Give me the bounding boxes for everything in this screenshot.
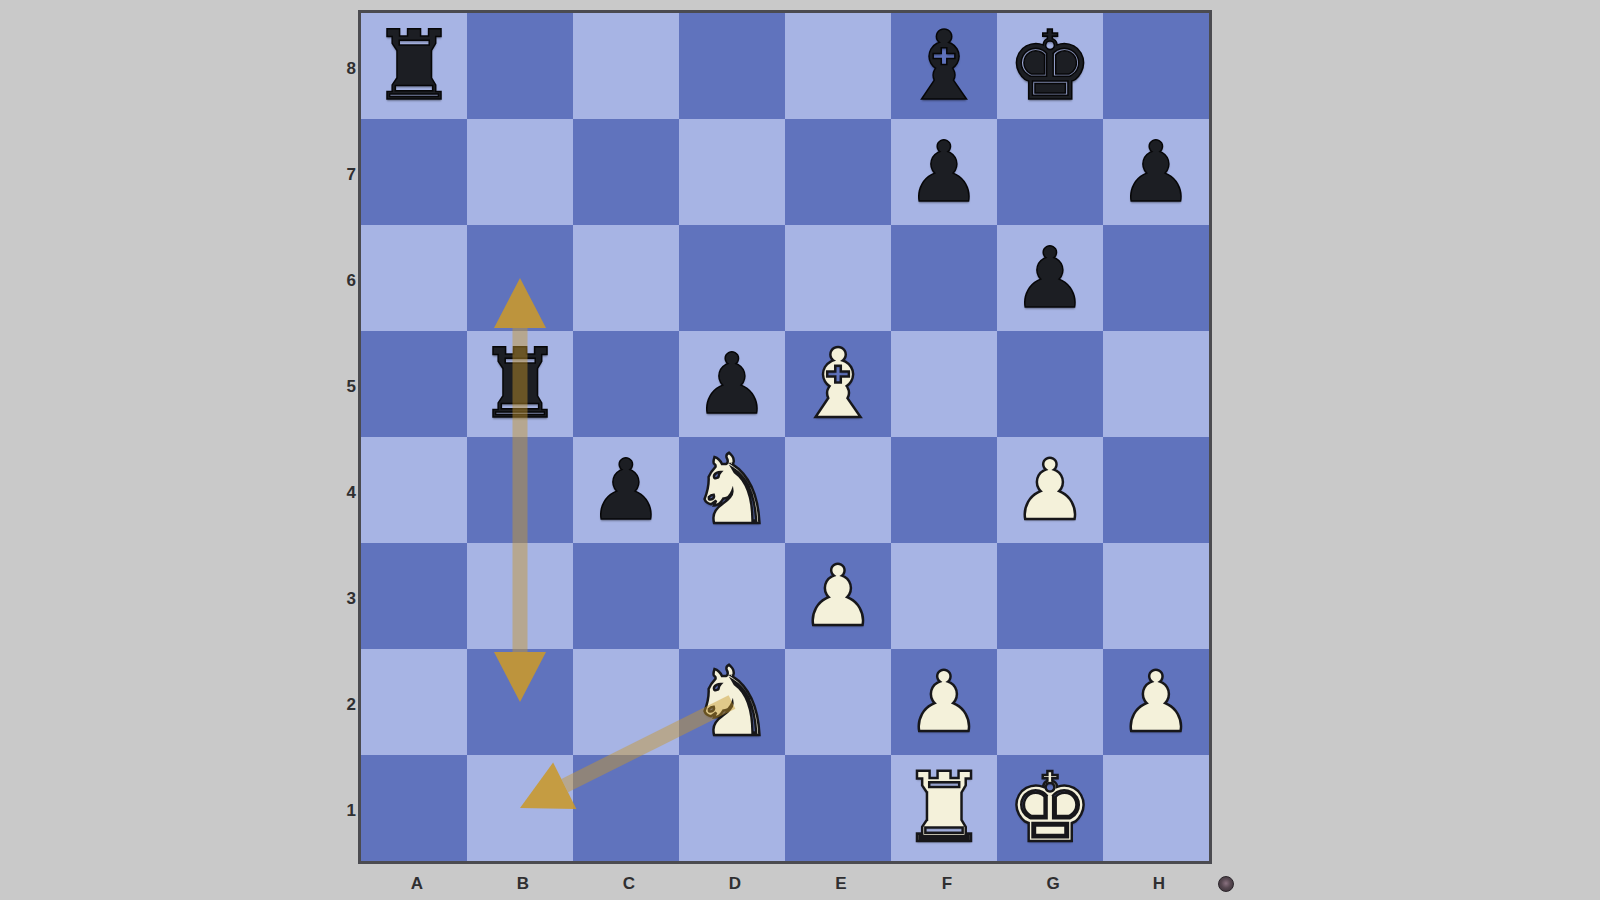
- square-c1[interactable]: [573, 755, 679, 861]
- square-f4[interactable]: [891, 437, 997, 543]
- square-h8[interactable]: [1103, 13, 1209, 119]
- square-c5[interactable]: [573, 331, 679, 437]
- square-c2[interactable]: [573, 649, 679, 755]
- square-f1[interactable]: ♜: [891, 755, 997, 861]
- square-e6[interactable]: [785, 225, 891, 331]
- piece-black-rook-b5[interactable]: ♜: [477, 331, 563, 437]
- piece-white-knight-d4[interactable]: ♞: [689, 437, 775, 543]
- piece-black-pawn-c4[interactable]: ♟: [588, 437, 663, 543]
- square-h1[interactable]: [1103, 755, 1209, 861]
- rank-label-2: 2: [336, 652, 356, 758]
- square-a3[interactable]: [361, 543, 467, 649]
- move-indicator-dot[interactable]: [1218, 876, 1234, 892]
- square-g4[interactable]: ♟: [997, 437, 1103, 543]
- rank-label-5: 5: [336, 334, 356, 440]
- square-d8[interactable]: [679, 13, 785, 119]
- square-b4[interactable]: [467, 437, 573, 543]
- square-a4[interactable]: [361, 437, 467, 543]
- square-d6[interactable]: [679, 225, 785, 331]
- file-label-h: H: [1106, 870, 1212, 898]
- square-b2[interactable]: [467, 649, 573, 755]
- piece-white-pawn-h2[interactable]: ♟: [1118, 649, 1193, 755]
- file-labels: ABCDEFGH: [364, 870, 1212, 900]
- square-g3[interactable]: [997, 543, 1103, 649]
- square-a2[interactable]: [361, 649, 467, 755]
- piece-black-bishop-f8[interactable]: ♝: [901, 13, 987, 119]
- square-f6[interactable]: [891, 225, 997, 331]
- square-c7[interactable]: [573, 119, 679, 225]
- square-d1[interactable]: [679, 755, 785, 861]
- square-h7[interactable]: ♟: [1103, 119, 1209, 225]
- square-a5[interactable]: [361, 331, 467, 437]
- rank-label-1: 1: [336, 758, 356, 864]
- rank-label-4: 4: [336, 440, 356, 546]
- square-b1[interactable]: [467, 755, 573, 861]
- piece-white-pawn-e3[interactable]: ♟: [800, 543, 875, 649]
- square-a8[interactable]: ♜: [361, 13, 467, 119]
- square-f3[interactable]: [891, 543, 997, 649]
- file-label-b: B: [470, 870, 576, 898]
- piece-black-pawn-h7[interactable]: ♟: [1118, 119, 1193, 225]
- piece-black-rook-a8[interactable]: ♜: [371, 13, 457, 119]
- square-g8[interactable]: ♚: [997, 13, 1103, 119]
- square-d5[interactable]: ♟: [679, 331, 785, 437]
- square-h4[interactable]: [1103, 437, 1209, 543]
- rank-label-7: 7: [336, 122, 356, 228]
- square-e2[interactable]: [785, 649, 891, 755]
- square-d4[interactable]: ♞: [679, 437, 785, 543]
- square-b5[interactable]: ♜: [467, 331, 573, 437]
- square-h2[interactable]: ♟: [1103, 649, 1209, 755]
- square-g2[interactable]: [997, 649, 1103, 755]
- piece-white-pawn-f2[interactable]: ♟: [906, 649, 981, 755]
- file-label-a: A: [364, 870, 470, 898]
- square-f2[interactable]: ♟: [891, 649, 997, 755]
- rank-label-3: 3: [336, 546, 356, 652]
- piece-black-pawn-f7[interactable]: ♟: [906, 119, 981, 225]
- square-g6[interactable]: ♟: [997, 225, 1103, 331]
- square-h6[interactable]: [1103, 225, 1209, 331]
- rank-label-6: 6: [336, 228, 356, 334]
- square-g1[interactable]: ♚: [997, 755, 1103, 861]
- square-a7[interactable]: [361, 119, 467, 225]
- square-e1[interactable]: [785, 755, 891, 861]
- rank-labels: 87654321: [336, 16, 356, 864]
- square-e8[interactable]: [785, 13, 891, 119]
- chess-board-frame: 87654321 ♜♝♚♟♟♟♜♟♝♟♞♟♟♞♟♟♜♚ ABCDEFGH: [358, 10, 1212, 864]
- square-h5[interactable]: [1103, 331, 1209, 437]
- square-a1[interactable]: [361, 755, 467, 861]
- file-label-d: D: [682, 870, 788, 898]
- piece-white-king-g1[interactable]: ♚: [1007, 755, 1093, 861]
- square-b7[interactable]: [467, 119, 573, 225]
- piece-black-pawn-d5[interactable]: ♟: [694, 331, 769, 437]
- square-e5[interactable]: ♝: [785, 331, 891, 437]
- square-e4[interactable]: [785, 437, 891, 543]
- file-label-g: G: [1000, 870, 1106, 898]
- square-e3[interactable]: ♟: [785, 543, 891, 649]
- square-d7[interactable]: [679, 119, 785, 225]
- square-b8[interactable]: [467, 13, 573, 119]
- piece-white-pawn-g4[interactable]: ♟: [1012, 437, 1087, 543]
- square-f8[interactable]: ♝: [891, 13, 997, 119]
- rank-label-8: 8: [336, 16, 356, 122]
- square-g5[interactable]: [997, 331, 1103, 437]
- piece-black-pawn-g6[interactable]: ♟: [1012, 225, 1087, 331]
- square-b3[interactable]: [467, 543, 573, 649]
- square-b6[interactable]: [467, 225, 573, 331]
- square-a6[interactable]: [361, 225, 467, 331]
- piece-white-rook-f1[interactable]: ♜: [901, 755, 987, 861]
- square-c8[interactable]: [573, 13, 679, 119]
- file-label-e: E: [788, 870, 894, 898]
- chess-board[interactable]: ♜♝♚♟♟♟♜♟♝♟♞♟♟♞♟♟♜♚: [361, 13, 1209, 861]
- square-c6[interactable]: [573, 225, 679, 331]
- piece-white-knight-d2[interactable]: ♞: [689, 649, 775, 755]
- square-h3[interactable]: [1103, 543, 1209, 649]
- square-f5[interactable]: [891, 331, 997, 437]
- square-d3[interactable]: [679, 543, 785, 649]
- piece-white-bishop-e5[interactable]: ♝: [795, 331, 881, 437]
- piece-black-king-g8[interactable]: ♚: [1007, 13, 1093, 119]
- square-g7[interactable]: [997, 119, 1103, 225]
- file-label-c: C: [576, 870, 682, 898]
- square-f7[interactable]: ♟: [891, 119, 997, 225]
- square-c4[interactable]: ♟: [573, 437, 679, 543]
- file-label-f: F: [894, 870, 1000, 898]
- square-e7[interactable]: [785, 119, 891, 225]
- square-d2[interactable]: ♞: [679, 649, 785, 755]
- square-c3[interactable]: [573, 543, 679, 649]
